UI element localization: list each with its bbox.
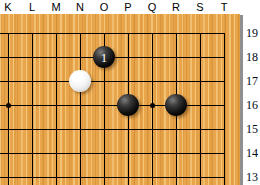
row-label-17: 17 xyxy=(244,73,260,89)
stone-black-O18[interactable]: 1 xyxy=(93,46,115,68)
column-label-R: R xyxy=(164,0,188,14)
column-label-T: T xyxy=(212,0,236,14)
stone-black-R16[interactable] xyxy=(165,94,187,116)
row-label-15: 15 xyxy=(244,121,260,137)
goban[interactable]: 1 xyxy=(0,14,240,185)
stones-grid: 1 xyxy=(0,21,236,185)
row-label-16: 16 xyxy=(244,97,260,113)
column-label-Q: Q xyxy=(140,0,164,14)
column-label-O: O xyxy=(92,0,116,14)
column-label-P: P xyxy=(116,0,140,14)
go-diagram: KLMNOPQRST 19181716151413 1 xyxy=(0,0,260,185)
column-label-K: K xyxy=(0,0,20,14)
column-label-M: M xyxy=(44,0,68,14)
stone-black-P16[interactable] xyxy=(117,94,139,116)
column-label-L: L xyxy=(20,0,44,14)
column-label-S: S xyxy=(188,0,212,14)
column-label-N: N xyxy=(68,0,92,14)
board-edge-shadow xyxy=(240,15,243,185)
stone-white-N17[interactable] xyxy=(69,70,91,92)
row-label-19: 19 xyxy=(244,25,260,41)
row-label-18: 18 xyxy=(244,49,260,65)
row-label-14: 14 xyxy=(244,145,260,161)
move-number-label: 1 xyxy=(101,51,108,64)
row-label-13: 13 xyxy=(244,169,260,185)
